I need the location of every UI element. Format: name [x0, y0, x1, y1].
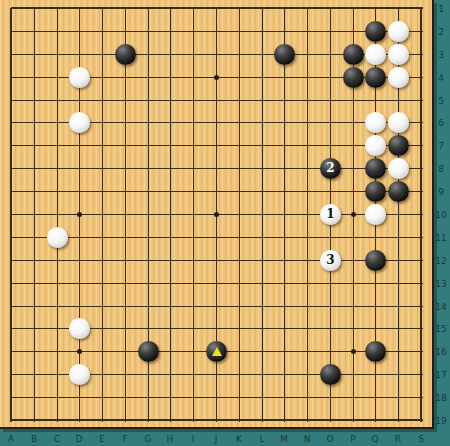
column-label-H: H — [164, 434, 176, 444]
black-stone-O17 — [320, 364, 341, 385]
row-label-2: 2 — [433, 27, 449, 37]
black-stone-P3 — [343, 44, 364, 65]
row-label-12: 12 — [433, 256, 449, 266]
grid-line-horizontal — [11, 237, 423, 238]
row-label-7: 7 — [433, 141, 449, 151]
grid-line-vertical — [193, 8, 194, 422]
column-label-K: K — [233, 434, 245, 444]
grid-line-horizontal — [11, 100, 423, 101]
grid-line-vertical — [307, 8, 308, 422]
go-board[interactable]: 213 — [0, 0, 434, 429]
black-stone-G16 — [138, 341, 159, 362]
move-number-label: 2 — [326, 162, 334, 174]
black-stone-F3 — [115, 44, 136, 65]
row-label-8: 8 — [433, 164, 449, 174]
grid-line-horizontal — [11, 306, 423, 307]
row-label-9: 9 — [433, 187, 449, 197]
column-label-N: N — [301, 434, 313, 444]
move-number-label: 3 — [326, 254, 334, 266]
column-label-E: E — [96, 434, 108, 444]
white-stone-D17 — [69, 364, 90, 385]
column-label-R: R — [392, 434, 404, 444]
column-label-J: J — [210, 434, 222, 444]
row-label-14: 14 — [433, 302, 449, 312]
white-stone-C11 — [47, 227, 68, 248]
grid-line-vertical — [125, 8, 126, 422]
row-label-18: 18 — [433, 393, 449, 403]
grid-line-horizontal — [11, 191, 423, 192]
black-stone-Q12 — [365, 250, 386, 271]
grid-line-horizontal — [11, 168, 423, 169]
grid-line-vertical — [420, 8, 422, 422]
column-label-F: F — [119, 434, 131, 444]
grid-line-vertical — [10, 8, 12, 422]
column-label-P: P — [347, 434, 359, 444]
row-label-5: 5 — [433, 96, 449, 106]
white-stone-R3 — [388, 44, 409, 65]
row-label-1: 1 — [433, 4, 449, 14]
star-point — [351, 212, 356, 217]
black-stone-R9 — [388, 181, 409, 202]
white-stone-D15 — [69, 318, 90, 339]
white-stone-Q3 — [365, 44, 386, 65]
white-stone-Q10 — [365, 204, 386, 225]
grid-line-horizontal — [11, 419, 423, 421]
white-stone-O10: 1 — [320, 204, 341, 225]
column-label-S: S — [415, 434, 427, 444]
row-label-4: 4 — [433, 73, 449, 83]
white-stone-Q6 — [365, 112, 386, 133]
column-label-M: M — [278, 434, 290, 444]
row-label-16: 16 — [433, 347, 449, 357]
star-point — [351, 349, 356, 354]
white-stone-R2 — [388, 21, 409, 42]
black-stone-Q16 — [365, 341, 386, 362]
white-stone-O12: 3 — [320, 250, 341, 271]
star-point — [77, 349, 82, 354]
row-label-10: 10 — [433, 210, 449, 220]
black-stone-Q4 — [365, 67, 386, 88]
go-app-window: 213 ABCDEFGHIJKLMNOPQRS12345678910111213… — [0, 0, 450, 446]
grid-line-vertical — [170, 8, 171, 422]
triangle-marker-icon — [212, 346, 222, 355]
grid-line-horizontal — [11, 260, 423, 261]
grid-line-horizontal — [11, 283, 423, 284]
grid-line-vertical — [57, 8, 58, 422]
column-label-G: G — [142, 434, 154, 444]
row-label-11: 11 — [433, 233, 449, 243]
grid-line-horizontal — [11, 145, 423, 146]
grid-line-vertical — [284, 8, 285, 422]
move-number-label: 1 — [326, 208, 334, 220]
grid-line-vertical — [34, 8, 35, 422]
white-stone-D4 — [69, 67, 90, 88]
column-label-O: O — [324, 434, 336, 444]
row-label-6: 6 — [433, 118, 449, 128]
grid-line-vertical — [262, 8, 263, 422]
black-stone-Q2 — [365, 21, 386, 42]
black-stone-O8: 2 — [320, 158, 341, 179]
grid-line-horizontal — [11, 31, 423, 32]
grid-line-horizontal — [11, 397, 423, 398]
grid-line-horizontal — [11, 7, 423, 9]
black-stone-J16 — [206, 341, 227, 362]
row-label-17: 17 — [433, 370, 449, 380]
star-point — [214, 75, 219, 80]
column-label-Q: Q — [369, 434, 381, 444]
white-stone-R6 — [388, 112, 409, 133]
black-stone-M3 — [274, 44, 295, 65]
column-label-I: I — [187, 434, 199, 444]
row-label-19: 19 — [433, 416, 449, 426]
black-stone-Q9 — [365, 181, 386, 202]
row-label-13: 13 — [433, 279, 449, 289]
column-label-D: D — [73, 434, 85, 444]
grid-line-vertical — [102, 8, 103, 422]
grid-line-vertical — [239, 8, 240, 422]
column-label-A: A — [5, 434, 17, 444]
white-stone-R4 — [388, 67, 409, 88]
black-stone-Q8 — [365, 158, 386, 179]
row-label-15: 15 — [433, 324, 449, 334]
column-label-B: B — [28, 434, 40, 444]
column-label-L: L — [256, 434, 268, 444]
black-stone-P4 — [343, 67, 364, 88]
column-label-C: C — [51, 434, 63, 444]
row-label-3: 3 — [433, 50, 449, 60]
white-stone-Q7 — [365, 135, 386, 156]
white-stone-R8 — [388, 158, 409, 179]
star-point — [77, 212, 82, 217]
white-stone-D6 — [69, 112, 90, 133]
star-point — [214, 212, 219, 217]
black-stone-R7 — [388, 135, 409, 156]
